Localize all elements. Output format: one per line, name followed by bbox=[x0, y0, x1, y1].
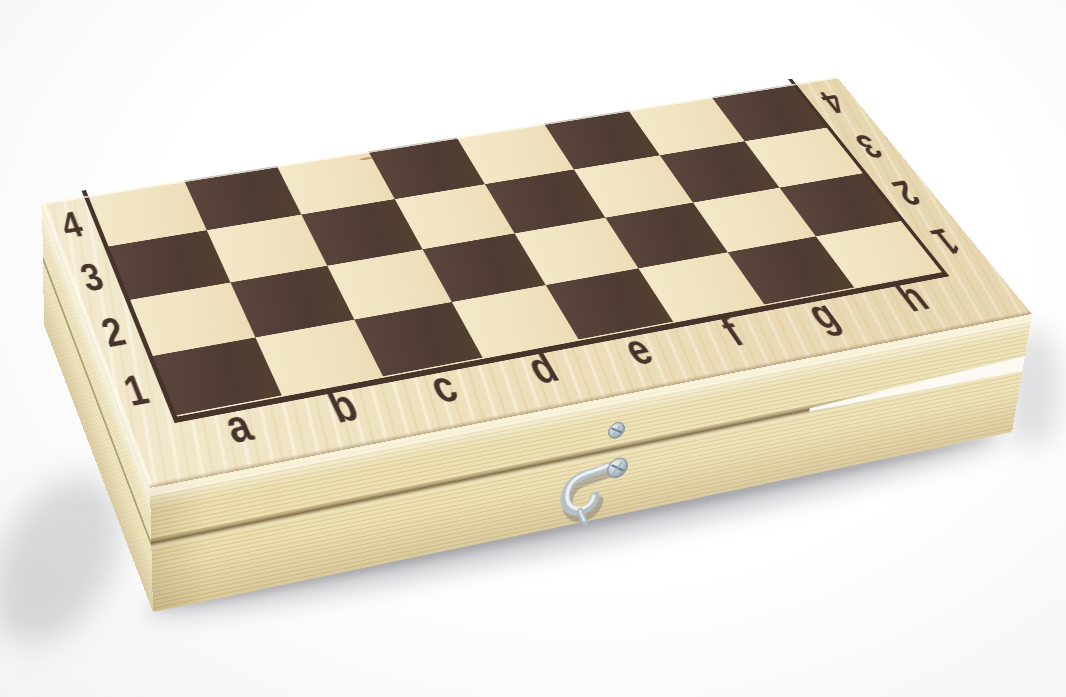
file-label-d: d bbox=[488, 332, 597, 403]
file-label-h: h bbox=[857, 264, 966, 329]
file-label-b: b bbox=[288, 369, 396, 444]
file-label-e: e bbox=[583, 315, 692, 385]
file-label-g: g bbox=[768, 281, 877, 348]
file-label-f: f bbox=[677, 297, 786, 365]
box-seam-gap bbox=[808, 354, 1025, 423]
file-label-c: c bbox=[389, 350, 498, 423]
file-label-a: a bbox=[184, 388, 292, 464]
chess-box-photo: 4321 4321 abcdefgh bbox=[0, 0, 1066, 697]
